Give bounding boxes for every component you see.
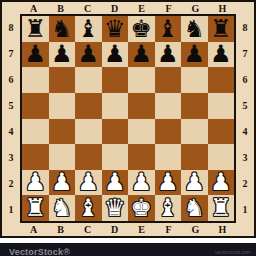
rank-label-left-3: 3 bbox=[2, 145, 20, 171]
piece-white-knight: ♞ bbox=[51, 196, 73, 221]
piece-black-pawn: ♟ bbox=[51, 42, 73, 67]
rank-labels-left: 87654321 bbox=[2, 14, 20, 223]
piece-black-king: ♚ bbox=[130, 17, 152, 42]
piece-black-bishop: ♝ bbox=[77, 17, 99, 42]
square-a5[interactable] bbox=[22, 93, 49, 119]
square-f4[interactable] bbox=[155, 119, 182, 145]
square-b8[interactable]: ♞ bbox=[49, 16, 76, 42]
square-d6[interactable] bbox=[102, 67, 129, 93]
file-label-top-f: F bbox=[155, 2, 182, 14]
file-label-bottom-d: D bbox=[101, 223, 128, 236]
square-g7[interactable]: ♟ bbox=[181, 42, 208, 68]
frame-corner-top-left bbox=[2, 2, 20, 14]
square-h6[interactable] bbox=[208, 67, 235, 93]
square-d3[interactable] bbox=[102, 144, 129, 170]
square-e5[interactable] bbox=[128, 93, 155, 119]
chessboard-frame: ABCDEFGH 87654321 ♜♞♝♛♚♝♞♜♟♟♟♟♟♟♟♟♟♟♟♟♟♟… bbox=[0, 0, 256, 238]
square-f1[interactable]: ♝ bbox=[155, 195, 182, 221]
square-c7[interactable]: ♟ bbox=[75, 42, 102, 68]
square-g8[interactable]: ♞ bbox=[181, 16, 208, 42]
file-label-bottom-g: G bbox=[182, 223, 209, 236]
piece-white-queen: ♛ bbox=[104, 196, 126, 221]
piece-black-pawn: ♟ bbox=[104, 42, 126, 67]
piece-black-pawn: ♟ bbox=[157, 42, 179, 67]
square-c5[interactable] bbox=[75, 93, 102, 119]
vectorstock-logo-text: VectorStock® bbox=[9, 247, 70, 256]
piece-white-pawn: ♟ bbox=[104, 170, 126, 195]
square-g4[interactable] bbox=[181, 119, 208, 145]
rank-label-right-3: 3 bbox=[236, 145, 254, 171]
square-d7[interactable]: ♟ bbox=[102, 42, 129, 68]
square-h4[interactable] bbox=[208, 119, 235, 145]
rank-label-right-6: 6 bbox=[236, 66, 254, 92]
file-label-top-c: C bbox=[74, 2, 101, 14]
piece-white-pawn: ♟ bbox=[130, 170, 152, 195]
square-a7[interactable]: ♟ bbox=[22, 42, 49, 68]
square-f2[interactable]: ♟ bbox=[155, 170, 182, 196]
square-e7[interactable]: ♟ bbox=[128, 42, 155, 68]
file-label-bottom-f: F bbox=[155, 223, 182, 236]
square-f5[interactable] bbox=[155, 93, 182, 119]
piece-black-knight: ♞ bbox=[51, 17, 73, 42]
square-g3[interactable] bbox=[181, 144, 208, 170]
square-d4[interactable] bbox=[102, 119, 129, 145]
square-a6[interactable] bbox=[22, 67, 49, 93]
frame-corner-top-right bbox=[236, 2, 254, 14]
rank-label-right-7: 7 bbox=[236, 40, 254, 66]
square-h5[interactable] bbox=[208, 93, 235, 119]
rank-label-right-8: 8 bbox=[236, 14, 254, 40]
square-h8[interactable]: ♜ bbox=[208, 16, 235, 42]
piece-black-rook: ♜ bbox=[210, 17, 232, 42]
file-label-top-a: A bbox=[20, 2, 47, 14]
rank-labels-right: 87654321 bbox=[236, 14, 254, 223]
square-f8[interactable]: ♝ bbox=[155, 16, 182, 42]
piece-white-pawn: ♟ bbox=[77, 170, 99, 195]
square-h2[interactable]: ♟ bbox=[208, 170, 235, 196]
square-e1[interactable]: ♚ bbox=[128, 195, 155, 221]
piece-white-bishop: ♝ bbox=[77, 196, 99, 221]
square-d5[interactable] bbox=[102, 93, 129, 119]
square-c2[interactable]: ♟ bbox=[75, 170, 102, 196]
square-b3[interactable] bbox=[49, 144, 76, 170]
rank-label-right-5: 5 bbox=[236, 92, 254, 118]
square-d1[interactable]: ♛ bbox=[102, 195, 129, 221]
square-e8[interactable]: ♚ bbox=[128, 16, 155, 42]
square-b4[interactable] bbox=[49, 119, 76, 145]
square-a8[interactable]: ♜ bbox=[22, 16, 49, 42]
piece-white-pawn: ♟ bbox=[51, 170, 73, 195]
piece-white-pawn: ♟ bbox=[157, 170, 179, 195]
square-c8[interactable]: ♝ bbox=[75, 16, 102, 42]
file-labels-top: ABCDEFGH bbox=[20, 2, 236, 14]
square-d2[interactable]: ♟ bbox=[102, 170, 129, 196]
file-label-top-b: B bbox=[47, 2, 74, 14]
square-a1[interactable]: ♜ bbox=[22, 195, 49, 221]
piece-black-pawn: ♟ bbox=[130, 42, 152, 67]
stock-chess-illustration: ABCDEFGH 87654321 ♜♞♝♛♚♝♞♜♟♟♟♟♟♟♟♟♟♟♟♟♟♟… bbox=[0, 0, 256, 256]
square-e3[interactable] bbox=[128, 144, 155, 170]
rank-label-left-1: 1 bbox=[2, 197, 20, 223]
square-f6[interactable] bbox=[155, 67, 182, 93]
square-g2[interactable]: ♟ bbox=[181, 170, 208, 196]
piece-black-pawn: ♟ bbox=[24, 42, 46, 67]
file-label-bottom-e: E bbox=[128, 223, 155, 236]
rank-label-left-7: 7 bbox=[2, 40, 20, 66]
rank-label-left-8: 8 bbox=[2, 14, 20, 40]
piece-black-pawn: ♟ bbox=[210, 42, 232, 67]
square-f3[interactable] bbox=[155, 144, 182, 170]
square-h3[interactable] bbox=[208, 144, 235, 170]
square-c4[interactable] bbox=[75, 119, 102, 145]
rank-label-right-1: 1 bbox=[236, 197, 254, 223]
square-f7[interactable]: ♟ bbox=[155, 42, 182, 68]
piece-white-pawn: ♟ bbox=[183, 170, 205, 195]
frame-corner-bottom-left bbox=[2, 223, 20, 236]
piece-white-pawn: ♟ bbox=[210, 170, 232, 195]
piece-white-rook: ♜ bbox=[24, 196, 46, 221]
rank-label-left-2: 2 bbox=[2, 171, 20, 197]
square-c1[interactable]: ♝ bbox=[75, 195, 102, 221]
square-e2[interactable]: ♟ bbox=[128, 170, 155, 196]
square-a3[interactable] bbox=[22, 144, 49, 170]
rank-label-left-4: 4 bbox=[2, 119, 20, 145]
square-a4[interactable] bbox=[22, 119, 49, 145]
square-b7[interactable]: ♟ bbox=[49, 42, 76, 68]
piece-white-knight: ♞ bbox=[183, 196, 205, 221]
piece-black-pawn: ♟ bbox=[77, 42, 99, 67]
piece-white-king: ♚ bbox=[130, 196, 152, 221]
piece-black-knight: ♞ bbox=[183, 17, 205, 42]
square-g5[interactable] bbox=[181, 93, 208, 119]
rank-label-right-2: 2 bbox=[236, 171, 254, 197]
square-h1[interactable]: ♜ bbox=[208, 195, 235, 221]
rank-label-left-5: 5 bbox=[2, 92, 20, 118]
file-label-bottom-b: B bbox=[47, 223, 74, 236]
square-c3[interactable] bbox=[75, 144, 102, 170]
piece-black-pawn: ♟ bbox=[183, 42, 205, 67]
square-b6[interactable] bbox=[49, 67, 76, 93]
square-d8[interactable]: ♛ bbox=[102, 16, 129, 42]
piece-white-rook: ♜ bbox=[210, 196, 232, 221]
piece-white-pawn: ♟ bbox=[24, 170, 46, 195]
file-label-top-h: H bbox=[209, 2, 236, 14]
square-b5[interactable] bbox=[49, 93, 76, 119]
piece-black-bishop: ♝ bbox=[157, 17, 179, 42]
piece-white-bishop: ♝ bbox=[157, 196, 179, 221]
square-g6[interactable] bbox=[181, 67, 208, 93]
square-h7[interactable]: ♟ bbox=[208, 42, 235, 68]
square-a2[interactable]: ♟ bbox=[22, 170, 49, 196]
frame-corner-bottom-right bbox=[236, 223, 254, 236]
file-label-top-g: G bbox=[182, 2, 209, 14]
square-c6[interactable] bbox=[75, 67, 102, 93]
vectorstock-watermark-bar: VectorStock® vectorstock.com bbox=[0, 243, 256, 256]
rank-label-right-4: 4 bbox=[236, 119, 254, 145]
square-e6[interactable] bbox=[128, 67, 155, 93]
file-label-bottom-c: C bbox=[74, 223, 101, 236]
chessboard: ♜♞♝♛♚♝♞♜♟♟♟♟♟♟♟♟♟♟♟♟♟♟♟♟♜♞♝♛♚♝♞♜ bbox=[20, 14, 236, 223]
piece-black-rook: ♜ bbox=[24, 17, 46, 42]
file-label-top-d: D bbox=[101, 2, 128, 14]
square-b1[interactable]: ♞ bbox=[49, 195, 76, 221]
rank-label-left-6: 6 bbox=[2, 66, 20, 92]
square-b2[interactable]: ♟ bbox=[49, 170, 76, 196]
vectorstock-url-text: vectorstock.com bbox=[215, 249, 251, 255]
file-label-bottom-a: A bbox=[20, 223, 47, 236]
piece-black-queen: ♛ bbox=[104, 17, 126, 42]
square-e4[interactable] bbox=[128, 119, 155, 145]
file-label-top-e: E bbox=[128, 2, 155, 14]
square-g1[interactable]: ♞ bbox=[181, 195, 208, 221]
file-labels-bottom: ABCDEFGH bbox=[20, 223, 236, 236]
file-label-bottom-h: H bbox=[209, 223, 236, 236]
